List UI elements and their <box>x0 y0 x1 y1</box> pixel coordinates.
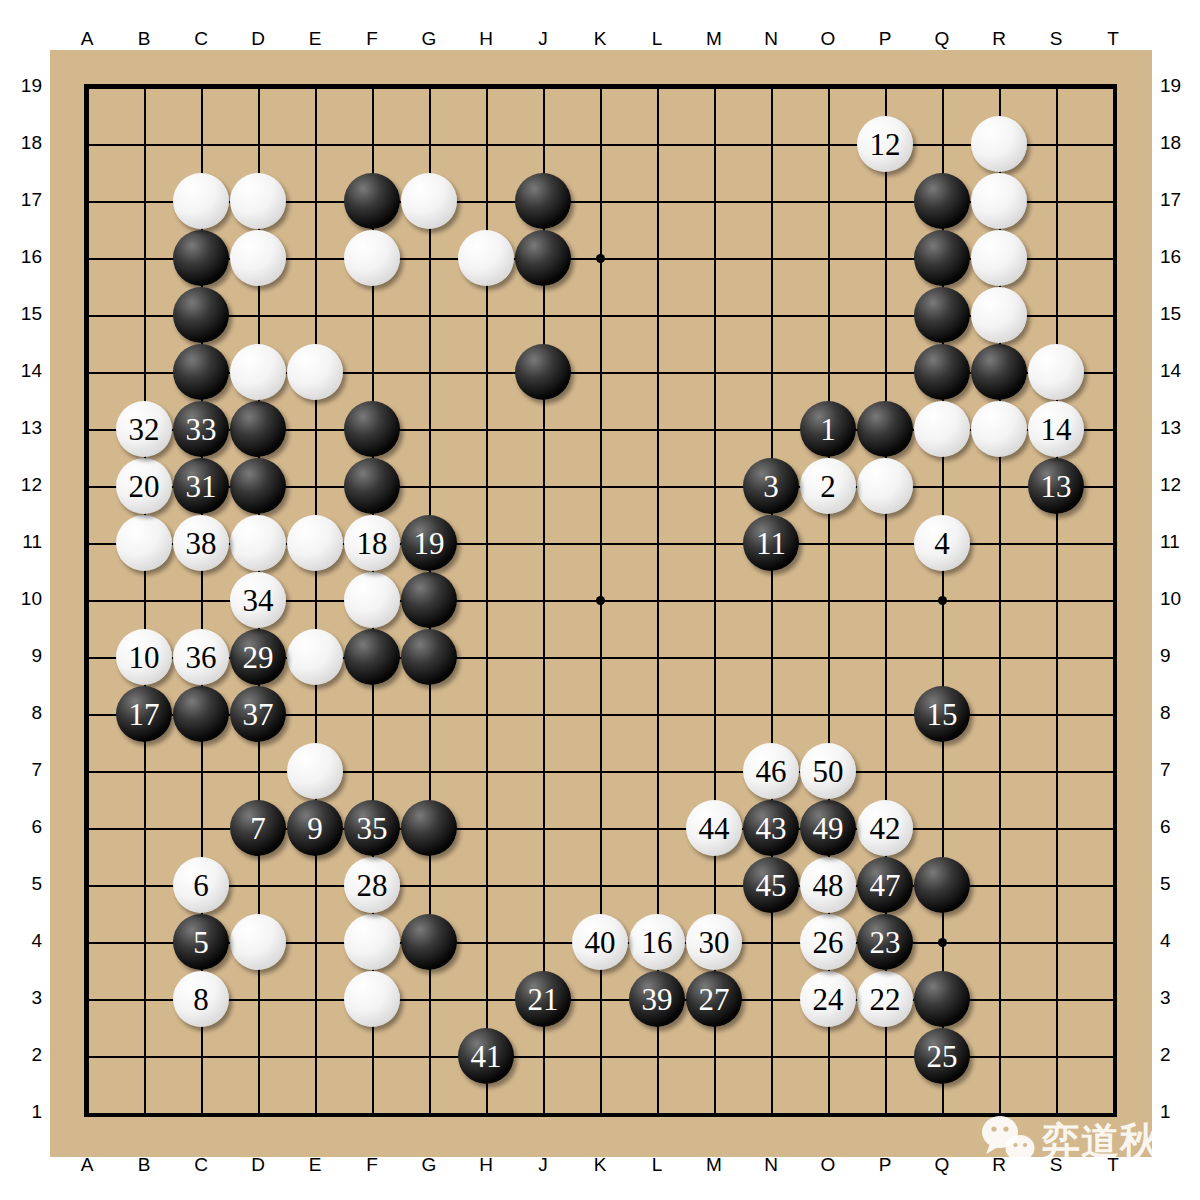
left-row-label-15: 15 <box>8 303 42 325</box>
black-stone-G10 <box>401 572 457 628</box>
move-number: 7 <box>230 800 286 856</box>
black-stone-C13: 33 <box>173 401 229 457</box>
top-col-label-D: D <box>251 28 265 50</box>
left-row-label-19: 19 <box>8 75 42 97</box>
left-row-label-4: 4 <box>8 930 42 952</box>
white-stone-P18: 12 <box>857 116 913 172</box>
black-stone-O13: 1 <box>800 401 856 457</box>
black-stone-Q16 <box>914 230 970 286</box>
top-col-label-H: H <box>479 28 493 50</box>
black-stone-P4: 23 <box>857 914 913 970</box>
left-row-label-9: 9 <box>8 645 42 667</box>
black-stone-D12 <box>230 458 286 514</box>
black-stone-G6 <box>401 800 457 856</box>
white-stone-P6: 42 <box>857 800 913 856</box>
move-number: 34 <box>230 572 286 628</box>
top-col-label-N: N <box>764 28 778 50</box>
move-number: 9 <box>287 800 343 856</box>
black-stone-N11: 11 <box>743 515 799 571</box>
black-stone-B8: 17 <box>116 686 172 742</box>
white-stone-D11 <box>230 515 286 571</box>
white-stone-F3 <box>344 971 400 1027</box>
move-number: 10 <box>116 629 172 685</box>
white-stone-F4 <box>344 914 400 970</box>
move-number: 15 <box>914 686 970 742</box>
black-stone-J16 <box>515 230 571 286</box>
move-number: 49 <box>800 800 856 856</box>
top-col-label-S: S <box>1050 28 1063 50</box>
black-stone-C12: 31 <box>173 458 229 514</box>
move-number: 26 <box>800 914 856 970</box>
black-stone-F12 <box>344 458 400 514</box>
white-stone-G17 <box>401 173 457 229</box>
left-row-label-14: 14 <box>8 360 42 382</box>
bottom-col-label-B: B <box>138 1154 151 1176</box>
black-stone-F13 <box>344 401 400 457</box>
black-stone-M3: 27 <box>686 971 742 1027</box>
top-col-label-E: E <box>309 28 322 50</box>
white-stone-K4: 40 <box>572 914 628 970</box>
left-row-label-2: 2 <box>8 1044 42 1066</box>
black-stone-P5: 47 <box>857 857 913 913</box>
left-row-label-13: 13 <box>8 417 42 439</box>
move-number: 36 <box>173 629 229 685</box>
white-stone-O5: 48 <box>800 857 856 913</box>
move-number: 28 <box>344 857 400 913</box>
left-row-label-17: 17 <box>8 189 42 211</box>
bottom-col-label-G: G <box>422 1154 437 1176</box>
white-stone-D17 <box>230 173 286 229</box>
top-col-label-G: G <box>422 28 437 50</box>
white-stone-O7: 50 <box>800 743 856 799</box>
bottom-col-label-N: N <box>764 1154 778 1176</box>
white-stone-S13: 14 <box>1028 401 1084 457</box>
white-stone-D16 <box>230 230 286 286</box>
move-number: 39 <box>629 971 685 1027</box>
move-number: 41 <box>458 1028 514 1084</box>
black-stone-D9: 29 <box>230 629 286 685</box>
move-number: 27 <box>686 971 742 1027</box>
black-stone-H2: 41 <box>458 1028 514 1084</box>
left-row-label-11: 11 <box>8 531 42 553</box>
right-row-label-15: 15 <box>1160 303 1181 325</box>
top-col-label-O: O <box>821 28 836 50</box>
white-stone-O12: 2 <box>800 458 856 514</box>
move-number: 21 <box>515 971 571 1027</box>
white-stone-F11: 18 <box>344 515 400 571</box>
top-col-label-T: T <box>1107 28 1119 50</box>
top-col-label-M: M <box>706 28 722 50</box>
black-stone-O6: 49 <box>800 800 856 856</box>
move-number: 22 <box>857 971 913 1027</box>
top-col-label-Q: Q <box>935 28 950 50</box>
move-number: 2 <box>800 458 856 514</box>
white-stone-C9: 36 <box>173 629 229 685</box>
bottom-col-label-O: O <box>821 1154 836 1176</box>
move-number: 24 <box>800 971 856 1027</box>
white-stone-B11 <box>116 515 172 571</box>
black-stone-Q8: 15 <box>914 686 970 742</box>
white-stone-C5: 6 <box>173 857 229 913</box>
right-row-label-2: 2 <box>1160 1044 1171 1066</box>
move-number: 18 <box>344 515 400 571</box>
white-stone-Q11: 4 <box>914 515 970 571</box>
move-number: 14 <box>1028 401 1084 457</box>
right-row-label-6: 6 <box>1160 816 1171 838</box>
left-row-label-3: 3 <box>8 987 42 1009</box>
bottom-col-label-E: E <box>309 1154 322 1176</box>
white-stone-R17 <box>971 173 1027 229</box>
black-stone-Q15 <box>914 287 970 343</box>
move-number: 42 <box>857 800 913 856</box>
bottom-col-label-P: P <box>879 1154 892 1176</box>
black-stone-F9 <box>344 629 400 685</box>
top-col-label-A: A <box>81 28 94 50</box>
right-row-label-10: 10 <box>1160 588 1181 610</box>
white-stone-E11 <box>287 515 343 571</box>
top-col-label-J: J <box>538 28 548 50</box>
white-stone-F5: 28 <box>344 857 400 913</box>
black-stone-L3: 39 <box>629 971 685 1027</box>
star-point-K10 <box>596 596 605 605</box>
black-stone-C16 <box>173 230 229 286</box>
bottom-col-label-L: L <box>652 1154 663 1176</box>
white-stone-O3: 24 <box>800 971 856 1027</box>
white-stone-P12 <box>857 458 913 514</box>
move-number: 8 <box>173 971 229 1027</box>
white-stone-B12: 20 <box>116 458 172 514</box>
black-stone-N5: 45 <box>743 857 799 913</box>
right-row-label-5: 5 <box>1160 873 1171 895</box>
left-row-label-8: 8 <box>8 702 42 724</box>
black-stone-J3: 21 <box>515 971 571 1027</box>
move-number: 13 <box>1028 458 1084 514</box>
left-row-label-1: 1 <box>8 1101 42 1123</box>
black-stone-C14 <box>173 344 229 400</box>
move-number: 40 <box>572 914 628 970</box>
bottom-col-label-M: M <box>706 1154 722 1176</box>
bottom-col-label-F: F <box>366 1154 378 1176</box>
white-stone-L4: 16 <box>629 914 685 970</box>
white-stone-S14 <box>1028 344 1084 400</box>
right-row-label-14: 14 <box>1160 360 1181 382</box>
top-col-label-P: P <box>879 28 892 50</box>
move-number: 38 <box>173 515 229 571</box>
star-point-K16 <box>596 254 605 263</box>
right-row-label-7: 7 <box>1160 759 1171 781</box>
black-stone-F17 <box>344 173 400 229</box>
star-point-Q10 <box>938 596 947 605</box>
top-col-label-R: R <box>992 28 1006 50</box>
move-number: 5 <box>173 914 229 970</box>
move-number: 16 <box>629 914 685 970</box>
move-number: 31 <box>173 458 229 514</box>
top-col-label-C: C <box>194 28 208 50</box>
white-stone-D10: 34 <box>230 572 286 628</box>
white-stone-E9 <box>287 629 343 685</box>
white-stone-Q13 <box>914 401 970 457</box>
white-stone-F16 <box>344 230 400 286</box>
white-stone-E7 <box>287 743 343 799</box>
left-row-label-7: 7 <box>8 759 42 781</box>
star-point-Q4 <box>938 938 947 947</box>
top-col-label-K: K <box>594 28 607 50</box>
left-row-label-6: 6 <box>8 816 42 838</box>
black-stone-S12: 13 <box>1028 458 1084 514</box>
white-stone-H16 <box>458 230 514 286</box>
bottom-col-label-K: K <box>594 1154 607 1176</box>
move-number: 12 <box>857 116 913 172</box>
black-stone-P13 <box>857 401 913 457</box>
black-stone-C15 <box>173 287 229 343</box>
white-stone-N7: 46 <box>743 743 799 799</box>
white-stone-O4: 26 <box>800 914 856 970</box>
black-stone-D8: 37 <box>230 686 286 742</box>
white-stone-D4 <box>230 914 286 970</box>
black-stone-Q17 <box>914 173 970 229</box>
bottom-col-label-S: S <box>1050 1154 1063 1176</box>
white-stone-M6: 44 <box>686 800 742 856</box>
left-row-label-18: 18 <box>8 132 42 154</box>
move-number: 32 <box>116 401 172 457</box>
top-col-label-F: F <box>366 28 378 50</box>
right-row-label-12: 12 <box>1160 474 1181 496</box>
black-stone-D13 <box>230 401 286 457</box>
move-number: 23 <box>857 914 913 970</box>
right-row-label-16: 16 <box>1160 246 1181 268</box>
black-stone-C4: 5 <box>173 914 229 970</box>
move-number: 35 <box>344 800 400 856</box>
right-row-label-18: 18 <box>1160 132 1181 154</box>
bottom-col-label-H: H <box>479 1154 493 1176</box>
bottom-col-label-C: C <box>194 1154 208 1176</box>
move-number: 6 <box>173 857 229 913</box>
white-stone-R15 <box>971 287 1027 343</box>
black-stone-Q14 <box>914 344 970 400</box>
left-row-label-5: 5 <box>8 873 42 895</box>
black-stone-J17 <box>515 173 571 229</box>
move-number: 19 <box>401 515 457 571</box>
move-number: 30 <box>686 914 742 970</box>
white-stone-C11: 38 <box>173 515 229 571</box>
bottom-col-label-D: D <box>251 1154 265 1176</box>
black-stone-N12: 3 <box>743 458 799 514</box>
black-stone-N6: 43 <box>743 800 799 856</box>
move-number: 1 <box>800 401 856 457</box>
right-row-label-8: 8 <box>1160 702 1171 724</box>
black-stone-R14 <box>971 344 1027 400</box>
white-stone-B9: 10 <box>116 629 172 685</box>
white-stone-R16 <box>971 230 1027 286</box>
black-stone-Q5 <box>914 857 970 913</box>
right-row-label-13: 13 <box>1160 417 1181 439</box>
bottom-col-label-J: J <box>538 1154 548 1176</box>
top-col-label-B: B <box>138 28 151 50</box>
white-stone-R13 <box>971 401 1027 457</box>
right-row-label-3: 3 <box>1160 987 1171 1009</box>
move-number: 45 <box>743 857 799 913</box>
right-row-label-4: 4 <box>1160 930 1171 952</box>
black-stone-F6: 35 <box>344 800 400 856</box>
left-row-label-12: 12 <box>8 474 42 496</box>
black-stone-E6: 9 <box>287 800 343 856</box>
move-number: 20 <box>116 458 172 514</box>
bottom-col-label-R: R <box>992 1154 1006 1176</box>
right-row-label-19: 19 <box>1160 75 1181 97</box>
move-number: 29 <box>230 629 286 685</box>
black-stone-Q2: 25 <box>914 1028 970 1084</box>
white-stone-R18 <box>971 116 1027 172</box>
move-number: 46 <box>743 743 799 799</box>
white-stone-C3: 8 <box>173 971 229 1027</box>
bottom-col-label-Q: Q <box>935 1154 950 1176</box>
white-stone-C17 <box>173 173 229 229</box>
white-stone-F10 <box>344 572 400 628</box>
black-stone-C8 <box>173 686 229 742</box>
black-stone-G11: 19 <box>401 515 457 571</box>
white-stone-D14 <box>230 344 286 400</box>
move-number: 3 <box>743 458 799 514</box>
move-number: 25 <box>914 1028 970 1084</box>
move-number: 33 <box>173 401 229 457</box>
white-stone-P3: 22 <box>857 971 913 1027</box>
bottom-col-label-A: A <box>81 1154 94 1176</box>
bottom-col-label-T: T <box>1107 1154 1119 1176</box>
left-row-label-16: 16 <box>8 246 42 268</box>
black-stone-J14 <box>515 344 571 400</box>
white-stone-E14 <box>287 344 343 400</box>
right-row-label-11: 11 <box>1160 531 1180 553</box>
right-row-label-9: 9 <box>1160 645 1171 667</box>
move-number: 50 <box>800 743 856 799</box>
move-number: 37 <box>230 686 286 742</box>
white-stone-B13: 32 <box>116 401 172 457</box>
move-number: 4 <box>914 515 970 571</box>
move-number: 11 <box>743 515 799 571</box>
top-col-label-L: L <box>652 28 663 50</box>
move-number: 43 <box>743 800 799 856</box>
left-row-label-10: 10 <box>8 588 42 610</box>
black-stone-G9 <box>401 629 457 685</box>
right-row-label-1: 1 <box>1160 1101 1171 1123</box>
black-stone-Q3 <box>914 971 970 1027</box>
move-number: 17 <box>116 686 172 742</box>
move-number: 48 <box>800 857 856 913</box>
black-stone-G4 <box>401 914 457 970</box>
white-stone-M4: 30 <box>686 914 742 970</box>
move-number: 44 <box>686 800 742 856</box>
move-number: 47 <box>857 857 913 913</box>
black-stone-D6: 7 <box>230 800 286 856</box>
right-row-label-17: 17 <box>1160 189 1181 211</box>
